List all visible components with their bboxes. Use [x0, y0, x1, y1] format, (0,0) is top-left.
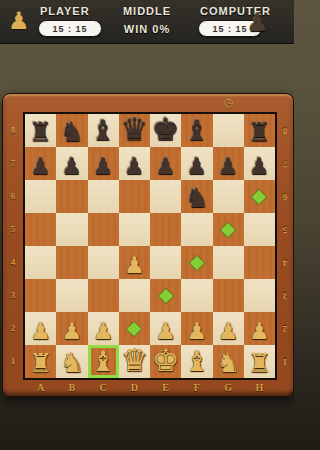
- square-c6[interactable]: [88, 180, 119, 213]
- piece-black-pawn-b7[interactable]: ♟: [62, 155, 83, 178]
- piece-black-pawn-e7[interactable]: ♟: [155, 155, 176, 178]
- square-h3[interactable]: [244, 279, 275, 312]
- square-f4[interactable]: [181, 246, 212, 279]
- rank-label-4: 4: [5, 246, 21, 279]
- file-label-D: D: [119, 381, 150, 394]
- piece-white-pawn-a2[interactable]: ♟: [30, 320, 51, 343]
- square-d6[interactable]: [119, 180, 150, 213]
- square-c8[interactable]: ♝: [88, 114, 119, 147]
- square-c7[interactable]: ♟: [88, 147, 119, 180]
- rank-label-right-5: 5: [277, 213, 293, 246]
- piece-white-pawn-b2[interactable]: ♟: [62, 320, 83, 343]
- rank-label-right-6: 6: [277, 180, 293, 213]
- square-d5[interactable]: [119, 213, 150, 246]
- square-d4[interactable]: ♟: [119, 246, 150, 279]
- rank-label-right-1: 1: [277, 345, 293, 378]
- square-a7[interactable]: ♟: [25, 147, 56, 180]
- piece-black-rook-h8[interactable]: ♜: [248, 119, 271, 145]
- piece-black-pawn-d7[interactable]: ♟: [124, 155, 145, 178]
- square-a1[interactable]: ♜: [25, 345, 56, 378]
- piece-white-pawn-f2[interactable]: ♟: [187, 320, 208, 343]
- move-target-diamond-h6[interactable]: [252, 189, 266, 203]
- square-h8[interactable]: ♜: [244, 114, 275, 147]
- square-g8[interactable]: [213, 114, 244, 147]
- square-d2[interactable]: [119, 312, 150, 345]
- move-target-diamond-e3[interactable]: [159, 288, 173, 302]
- file-label-G: G: [213, 381, 244, 394]
- piece-white-rook-h1[interactable]: ♜: [248, 350, 271, 376]
- square-b2[interactable]: ♟: [56, 312, 87, 345]
- piece-white-pawn-d4[interactable]: ♟: [124, 254, 145, 277]
- chess-board: ◷ ♜♞♝♛♚♝♜♟♟♟♟♟♟♟♟♞♟♟♟♟♟♟♟♟♜♞♝♛♚♝♞♜ 87654…: [2, 93, 294, 397]
- square-a8[interactable]: ♜: [25, 114, 56, 147]
- square-c2[interactable]: ♟: [88, 312, 119, 345]
- square-e8[interactable]: ♚: [150, 114, 181, 147]
- piece-white-queen-d1[interactable]: ♛: [120, 345, 148, 376]
- square-f3[interactable]: [181, 279, 212, 312]
- file-label-B: B: [56, 381, 87, 394]
- rank-label-6: 6: [5, 180, 21, 213]
- file-label-A: A: [25, 381, 56, 394]
- square-d3[interactable]: [119, 279, 150, 312]
- square-c5[interactable]: [88, 213, 119, 246]
- square-e5[interactable]: [150, 213, 181, 246]
- square-c1[interactable]: ♝: [88, 345, 119, 378]
- piece-white-king-e1[interactable]: ♚: [152, 345, 180, 376]
- move-target-diamond-d2[interactable]: [127, 321, 141, 335]
- square-c4[interactable]: [88, 246, 119, 279]
- piece-black-bishop-f8[interactable]: ♝: [184, 117, 209, 145]
- square-h7[interactable]: ♟: [244, 147, 275, 180]
- square-g4[interactable]: [213, 246, 244, 279]
- piece-black-knight-b8[interactable]: ♞: [60, 118, 84, 145]
- piece-black-pawn-h7[interactable]: ♟: [249, 155, 270, 178]
- board-grid: ♜♞♝♛♚♝♜♟♟♟♟♟♟♟♟♞♟♟♟♟♟♟♟♟♜♞♝♛♚♝♞♜: [23, 112, 277, 380]
- file-label-H: H: [244, 381, 275, 394]
- square-g7[interactable]: ♟: [213, 147, 244, 180]
- square-e1[interactable]: ♚: [150, 345, 181, 378]
- file-labels-bottom: ABCDEFGH: [25, 381, 275, 394]
- square-a6[interactable]: [25, 180, 56, 213]
- square-b7[interactable]: ♟: [56, 147, 87, 180]
- piece-white-pawn-h2[interactable]: ♟: [249, 320, 270, 343]
- square-a2[interactable]: ♟: [25, 312, 56, 345]
- piece-white-knight-g1[interactable]: ♞: [216, 349, 240, 376]
- square-g1[interactable]: ♞: [213, 345, 244, 378]
- square-f2[interactable]: ♟: [181, 312, 212, 345]
- square-d7[interactable]: ♟: [119, 147, 150, 180]
- thinking-clock-icon: ◷: [224, 97, 234, 108]
- rank-label-5: 5: [5, 213, 21, 246]
- square-a3[interactable]: [25, 279, 56, 312]
- square-h4[interactable]: [244, 246, 275, 279]
- piece-white-knight-b1[interactable]: ♞: [60, 349, 84, 376]
- square-e6[interactable]: [150, 180, 181, 213]
- piece-black-king-e8[interactable]: ♚: [152, 114, 180, 145]
- square-b4[interactable]: [56, 246, 87, 279]
- square-e4[interactable]: [150, 246, 181, 279]
- rank-label-right-3: 3: [277, 279, 293, 312]
- move-target-diamond-f4[interactable]: [190, 255, 204, 269]
- rank-label-1: 1: [5, 345, 21, 378]
- piece-white-bishop-c1[interactable]: ♝: [91, 348, 116, 376]
- rank-label-2: 2: [5, 312, 21, 345]
- file-label-E: E: [150, 381, 181, 394]
- rank-label-right-7: 7: [277, 147, 293, 180]
- rank-label-right-4: 4: [277, 246, 293, 279]
- square-g5[interactable]: [213, 213, 244, 246]
- square-h5[interactable]: [244, 213, 275, 246]
- square-d1[interactable]: ♛: [119, 345, 150, 378]
- square-f8[interactable]: ♝: [181, 114, 212, 147]
- square-b6[interactable]: [56, 180, 87, 213]
- piece-white-rook-a1[interactable]: ♜: [29, 350, 52, 376]
- rank-label-right-8: 8: [277, 114, 293, 147]
- piece-white-pawn-g2[interactable]: ♟: [218, 320, 239, 343]
- square-h2[interactable]: ♟: [244, 312, 275, 345]
- square-f7[interactable]: ♟: [181, 147, 212, 180]
- square-b5[interactable]: [56, 213, 87, 246]
- move-target-diamond-g5[interactable]: [221, 222, 235, 236]
- piece-white-pawn-c2[interactable]: ♟: [93, 320, 114, 343]
- square-h6[interactable]: [244, 180, 275, 213]
- file-label-C: C: [88, 381, 119, 394]
- piece-black-knight-f6[interactable]: ♞: [185, 184, 209, 211]
- rank-labels-right: 87654321: [277, 114, 293, 378]
- square-g6[interactable]: [213, 180, 244, 213]
- piece-white-bishop-f1[interactable]: ♝: [184, 348, 209, 376]
- piece-black-rook-a8[interactable]: ♜: [29, 119, 52, 145]
- square-b1[interactable]: ♞: [56, 345, 87, 378]
- computer-black-pawn-icon: ♟: [247, 11, 269, 35]
- square-b3[interactable]: [56, 279, 87, 312]
- square-e7[interactable]: ♟: [150, 147, 181, 180]
- square-c3[interactable]: [88, 279, 119, 312]
- square-f6[interactable]: ♞: [181, 180, 212, 213]
- file-label-F: F: [181, 381, 212, 394]
- square-e3[interactable]: [150, 279, 181, 312]
- piece-white-pawn-e2[interactable]: ♟: [155, 320, 176, 343]
- square-a4[interactable]: [25, 246, 56, 279]
- square-g3[interactable]: [213, 279, 244, 312]
- piece-black-pawn-a7[interactable]: ♟: [30, 155, 51, 178]
- piece-black-queen-d8[interactable]: ♛: [120, 114, 148, 145]
- rank-label-7: 7: [5, 147, 21, 180]
- square-e2[interactable]: ♟: [150, 312, 181, 345]
- rank-labels-left: 87654321: [5, 114, 21, 378]
- square-f5[interactable]: [181, 213, 212, 246]
- square-a5[interactable]: [25, 213, 56, 246]
- square-h1[interactable]: ♜: [244, 345, 275, 378]
- square-g2[interactable]: ♟: [213, 312, 244, 345]
- square-d8[interactable]: ♛: [119, 114, 150, 147]
- rank-label-8: 8: [5, 114, 21, 147]
- piece-black-pawn-c7[interactable]: ♟: [93, 155, 114, 178]
- piece-black-pawn-f7[interactable]: ♟: [187, 155, 208, 178]
- piece-black-bishop-c8[interactable]: ♝: [91, 117, 116, 145]
- square-f1[interactable]: ♝: [181, 345, 212, 378]
- square-b8[interactable]: ♞: [56, 114, 87, 147]
- rank-label-right-2: 2: [277, 312, 293, 345]
- rank-label-3: 3: [5, 279, 21, 312]
- top-status-bar: ♟ PLAYER 15 : 15 MIDDLE WIN 0% COMPUTER …: [0, 0, 294, 44]
- piece-black-pawn-g7[interactable]: ♟: [218, 155, 239, 178]
